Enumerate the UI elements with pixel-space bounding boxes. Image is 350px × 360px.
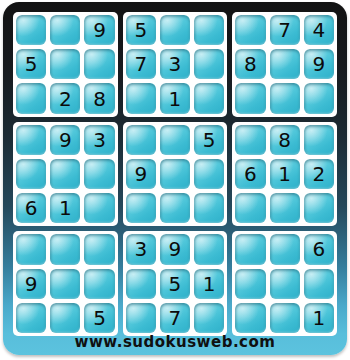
sudoku-cell[interactable]: 1 (50, 193, 80, 223)
sudoku-cell[interactable] (84, 193, 114, 223)
sudoku-cell[interactable]: 9 (160, 234, 190, 264)
sudoku-cell[interactable] (50, 49, 80, 79)
sudoku-cell[interactable]: 3 (84, 125, 114, 155)
sudoku-board: 9528573174899361598612953951761 (13, 12, 337, 336)
sudoku-cell[interactable] (270, 49, 300, 79)
sudoku-box: 59 (123, 122, 228, 227)
sudoku-cell[interactable]: 9 (126, 159, 156, 189)
sudoku-cell[interactable] (160, 193, 190, 223)
sudoku-cell[interactable] (84, 234, 114, 264)
sudoku-cell[interactable]: 5 (16, 49, 46, 79)
board-frame: 9528573174899361598612953951761 www.sudo… (3, 2, 347, 355)
sudoku-cell[interactable] (160, 125, 190, 155)
sudoku-cell[interactable]: 5 (126, 15, 156, 45)
sudoku-cell[interactable] (235, 303, 265, 333)
sudoku-cell[interactable] (304, 193, 334, 223)
sudoku-cell[interactable] (16, 159, 46, 189)
sudoku-cell[interactable] (16, 83, 46, 113)
sudoku-cell[interactable] (194, 83, 224, 113)
sudoku-cell[interactable] (194, 49, 224, 79)
sudoku-cell[interactable]: 9 (50, 125, 80, 155)
sudoku-box: 95 (13, 231, 118, 336)
sudoku-cell[interactable]: 7 (160, 303, 190, 333)
sudoku-cell[interactable]: 5 (84, 303, 114, 333)
sudoku-cell[interactable] (50, 159, 80, 189)
sudoku-cell[interactable]: 7 (126, 49, 156, 79)
page: 9528573174899361598612953951761 www.sudo… (0, 0, 350, 360)
sudoku-cell[interactable] (270, 234, 300, 264)
sudoku-cell[interactable]: 6 (16, 193, 46, 223)
sudoku-cell[interactable] (50, 15, 80, 45)
sudoku-cell[interactable] (235, 193, 265, 223)
sudoku-cell[interactable]: 5 (194, 125, 224, 155)
sudoku-cell[interactable]: 8 (235, 49, 265, 79)
sudoku-cell[interactable] (194, 193, 224, 223)
sudoku-cell[interactable] (235, 83, 265, 113)
sudoku-cell[interactable] (16, 15, 46, 45)
sudoku-box: 7489 (232, 12, 337, 117)
sudoku-cell[interactable] (50, 234, 80, 264)
sudoku-box: 61 (232, 231, 337, 336)
sudoku-cell[interactable] (304, 269, 334, 299)
sudoku-cell[interactable]: 6 (235, 159, 265, 189)
sudoku-cell[interactable] (270, 269, 300, 299)
sudoku-cell[interactable]: 7 (270, 15, 300, 45)
sudoku-box: 8612 (232, 122, 337, 227)
sudoku-cell[interactable] (126, 83, 156, 113)
sudoku-cell[interactable]: 4 (304, 15, 334, 45)
sudoku-cell[interactable] (126, 193, 156, 223)
sudoku-cell[interactable] (194, 234, 224, 264)
sudoku-cell[interactable] (16, 303, 46, 333)
sudoku-cell[interactable] (194, 159, 224, 189)
sudoku-cell[interactable] (194, 303, 224, 333)
sudoku-cell[interactable]: 3 (126, 234, 156, 264)
sudoku-cell[interactable] (50, 269, 80, 299)
sudoku-cell[interactable] (126, 125, 156, 155)
sudoku-cell[interactable] (194, 15, 224, 45)
sudoku-cell[interactable] (160, 15, 190, 45)
sudoku-cell[interactable] (235, 234, 265, 264)
sudoku-cell[interactable] (160, 159, 190, 189)
sudoku-cell[interactable]: 3 (160, 49, 190, 79)
sudoku-cell[interactable]: 2 (304, 159, 334, 189)
sudoku-cell[interactable] (304, 125, 334, 155)
sudoku-cell[interactable] (235, 269, 265, 299)
site-url: www.sudokusweb.com (3, 333, 347, 351)
sudoku-cell[interactable] (84, 269, 114, 299)
sudoku-cell[interactable]: 2 (50, 83, 80, 113)
sudoku-cell[interactable] (84, 159, 114, 189)
sudoku-cell[interactable]: 9 (84, 15, 114, 45)
sudoku-cell[interactable] (304, 83, 334, 113)
sudoku-cell[interactable] (270, 303, 300, 333)
sudoku-cell[interactable] (270, 193, 300, 223)
sudoku-cell[interactable]: 9 (16, 269, 46, 299)
sudoku-cell[interactable]: 5 (160, 269, 190, 299)
sudoku-cell[interactable] (16, 125, 46, 155)
sudoku-cell[interactable]: 9 (304, 49, 334, 79)
sudoku-cell[interactable] (235, 15, 265, 45)
sudoku-box: 9361 (13, 122, 118, 227)
sudoku-cell[interactable] (235, 125, 265, 155)
sudoku-box: 9528 (13, 12, 118, 117)
sudoku-cell[interactable]: 8 (270, 125, 300, 155)
sudoku-cell[interactable] (84, 49, 114, 79)
sudoku-cell[interactable] (270, 83, 300, 113)
sudoku-cell[interactable] (126, 269, 156, 299)
sudoku-cell[interactable]: 8 (84, 83, 114, 113)
sudoku-cell[interactable]: 1 (270, 159, 300, 189)
sudoku-cell[interactable]: 1 (160, 83, 190, 113)
sudoku-cell[interactable] (50, 303, 80, 333)
sudoku-cell[interactable]: 1 (304, 303, 334, 333)
sudoku-cell[interactable] (16, 234, 46, 264)
sudoku-cell[interactable]: 6 (304, 234, 334, 264)
sudoku-cell[interactable]: 1 (194, 269, 224, 299)
sudoku-cell[interactable] (126, 303, 156, 333)
sudoku-box: 5731 (123, 12, 228, 117)
sudoku-box: 39517 (123, 231, 228, 336)
